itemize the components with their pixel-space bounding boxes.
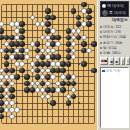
bullet-icon <box>100 52 102 54</box>
go-board[interactable] <box>0 0 97 130</box>
black-stone <box>86 21 92 27</box>
black-stone <box>9 94 15 100</box>
player-name: 백 대국자 <box>107 4 124 8</box>
black-stone <box>19 35 25 41</box>
game-info-list: 대국실 : 312대국자 : 2명제한시간 : 20분초읽기 : 30초덤 : … <box>100 24 130 56</box>
black-stone <box>19 21 25 27</box>
toolbar-button-stones-icon[interactable] <box>100 57 108 65</box>
toolbar: ◀▶∥≡ <box>100 57 130 65</box>
white-stone-icon <box>102 4 106 8</box>
white-stone <box>55 41 61 47</box>
white-stone <box>76 28 82 34</box>
black-stone-dot <box>104 60 107 63</box>
log-line: 대국 시작 <box>101 68 128 73</box>
grid-line-v <box>73 5 74 124</box>
white-stone <box>30 15 36 21</box>
black-stone <box>81 2 87 8</box>
toolbar-button-menu-icon[interactable]: ≡ <box>126 57 130 65</box>
black-stone <box>81 41 87 47</box>
menu-icon: ≡ <box>127 59 129 64</box>
last-move-marker <box>47 76 49 78</box>
info-row: 제한시간 : 20분 <box>100 35 130 40</box>
black-stone <box>91 41 97 47</box>
info-label: 제한시간 <box>103 35 117 39</box>
info-value: : 30초 <box>114 41 123 45</box>
white-stone <box>24 54 30 60</box>
stones-icon <box>101 60 107 63</box>
black-stone <box>86 8 92 14</box>
next-icon: ▶ <box>116 59 119 64</box>
black-stone <box>86 15 92 21</box>
toolbar-button-pass-icon[interactable]: ∥ <box>121 57 125 65</box>
white-stone <box>71 41 77 47</box>
black-stone <box>71 8 77 14</box>
black-stone <box>66 61 72 67</box>
black-stone <box>45 21 51 27</box>
log-text: 대국 시작 <box>106 69 121 73</box>
info-value: : 20분 <box>117 35 126 39</box>
black-stone <box>4 61 10 67</box>
white-stone <box>45 94 51 100</box>
black-stone <box>71 81 77 87</box>
white-stone <box>71 48 77 54</box>
white-stone <box>71 74 77 80</box>
black-stone <box>19 41 25 47</box>
white-stone <box>0 21 4 27</box>
black-stone <box>81 61 87 67</box>
black-stone <box>50 100 56 106</box>
black-stone <box>19 28 25 34</box>
black-stone <box>35 41 41 47</box>
player-list: 백 대국자흑 대국자 <box>100 1 129 17</box>
player-name: 흑 대국자 <box>109 11 126 15</box>
star-point <box>47 102 49 104</box>
info-value: : 180수 <box>110 51 121 55</box>
black-stone <box>55 35 61 41</box>
info-value: : 6.5집 <box>107 46 117 50</box>
black-stone <box>19 68 25 74</box>
black-stone <box>0 28 4 34</box>
bullet-icon <box>100 36 102 38</box>
star-point <box>78 63 80 65</box>
pass-icon: ∥ <box>122 59 124 64</box>
info-row: 진행 : 180수 <box>100 50 130 55</box>
white-stone <box>9 100 15 106</box>
white-stone <box>9 81 15 87</box>
bullet-icon <box>100 42 102 44</box>
black-stone <box>9 68 15 74</box>
white-stone <box>81 35 87 41</box>
white-stone <box>50 74 56 80</box>
white-stone <box>71 54 77 60</box>
white-stone <box>71 87 77 93</box>
black-stone <box>55 54 61 60</box>
star-point <box>16 102 18 104</box>
black-stone <box>0 114 4 120</box>
chat-log[interactable]: 대국 시작 <box>100 67 129 128</box>
black-stone <box>60 87 66 93</box>
black-stone <box>50 15 56 21</box>
player-row-black: 흑 대국자 <box>101 9 128 16</box>
white-stone <box>24 48 30 54</box>
notice-icon <box>102 70 105 73</box>
white-stone <box>45 81 51 87</box>
black-stone <box>91 68 97 74</box>
white-stone <box>9 114 15 120</box>
white-stone <box>50 48 56 54</box>
side-panel: 백 대국자흑 대국자 대국정보 대국실 : 312대국자 : 2명제한시간 : … <box>97 0 130 130</box>
bullet-icon <box>100 26 102 28</box>
info-label: 대국실 <box>103 25 114 29</box>
black-stone <box>14 74 20 80</box>
white-stone <box>14 107 20 113</box>
player-row-white: 백 대국자 <box>101 2 128 9</box>
prev-icon: ◀ <box>110 59 113 64</box>
info-label: 초읽기 <box>103 41 114 45</box>
grid-line-v <box>94 5 95 124</box>
star-point <box>78 102 80 104</box>
black-stone-icon <box>102 10 108 16</box>
white-stone <box>50 28 56 34</box>
black-stone <box>60 68 66 74</box>
info-label: 대국자 <box>103 30 114 34</box>
toolbar-button-next-icon[interactable]: ▶ <box>115 57 120 65</box>
black-stone <box>66 100 72 106</box>
game-info-title: 대국정보 <box>112 18 128 22</box>
game-window: 백 대국자흑 대국자 대국정보 대국실 : 312대국자 : 2명제한시간 : … <box>0 0 130 130</box>
white-stone <box>19 61 25 67</box>
info-label: 진행 <box>103 51 110 55</box>
bullet-icon <box>100 31 102 33</box>
white-stone <box>86 48 92 54</box>
toolbar-button-prev-icon[interactable]: ◀ <box>109 57 114 65</box>
grid-line-h <box>2 123 95 124</box>
black-stone <box>24 74 30 80</box>
grid-line-h <box>2 116 95 117</box>
info-value: : 2명 <box>114 30 121 34</box>
black-stone <box>76 15 82 21</box>
bullet-icon <box>100 47 102 49</box>
info-value: : 312 <box>114 25 122 29</box>
black-stone <box>45 8 51 14</box>
black-stone <box>71 94 77 100</box>
black-stone <box>9 87 15 93</box>
